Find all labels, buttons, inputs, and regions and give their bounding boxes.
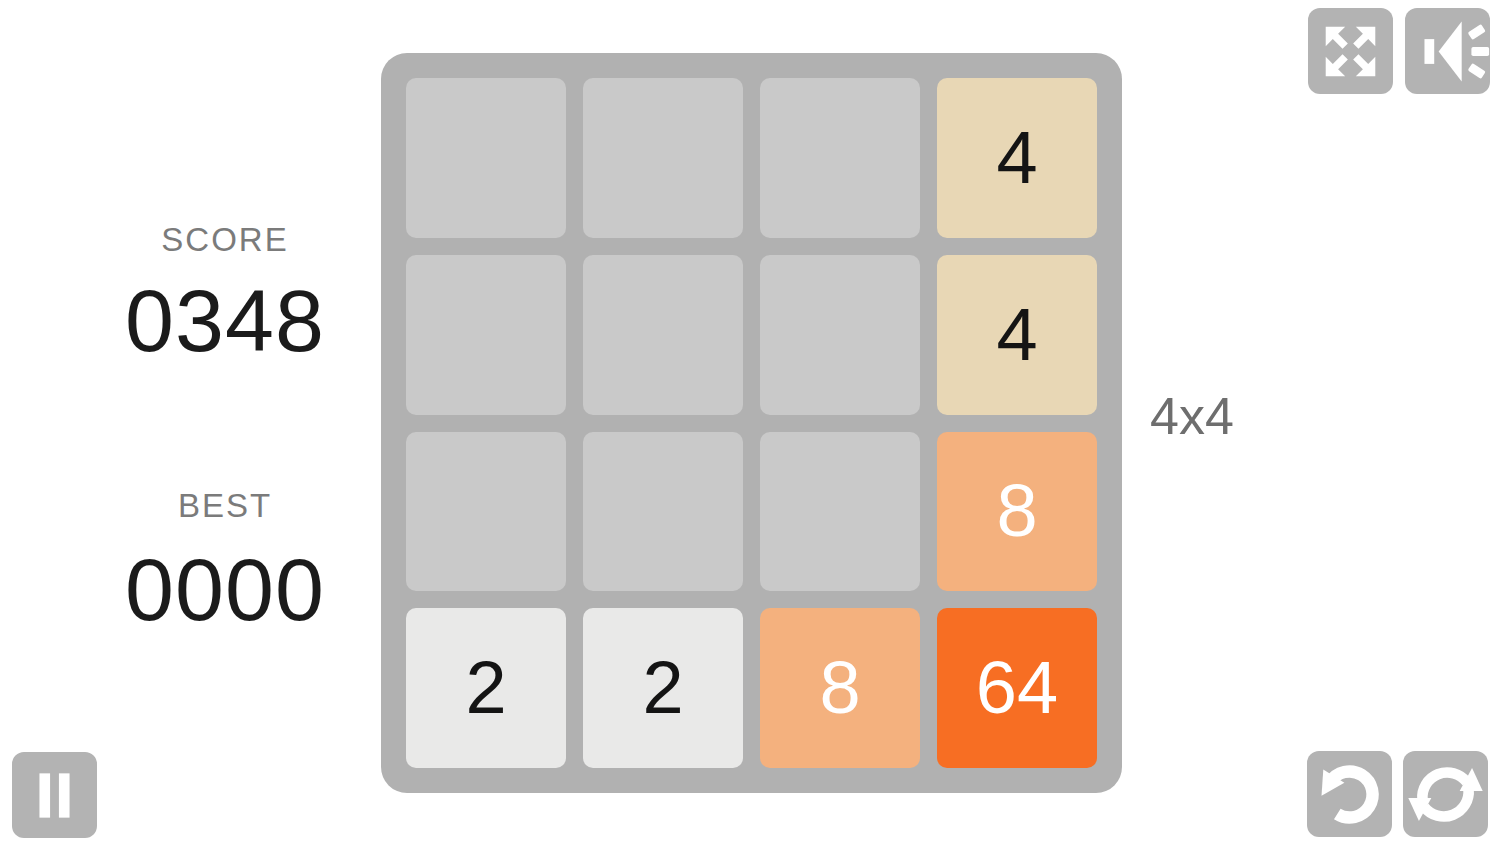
cell-r4c3: 8 — [760, 608, 920, 768]
undo-button[interactable] — [1307, 751, 1392, 837]
best-value: 0000 — [75, 539, 375, 641]
board-size-label: 4x4 — [1150, 386, 1234, 446]
cell-r4c4: 64 — [937, 608, 1097, 768]
cell-r2c3 — [760, 255, 920, 415]
score-value: 0348 — [75, 270, 375, 372]
pause-button[interactable] — [12, 752, 97, 838]
cell-r3c2 — [583, 432, 743, 592]
speaker-icon — [1405, 9, 1490, 94]
cell-r1c3 — [760, 78, 920, 238]
cell-r1c4: 4 — [937, 78, 1097, 238]
game-board[interactable]: 4 4 8 2 2 8 64 — [381, 53, 1122, 793]
pause-icon — [12, 753, 97, 838]
cell-r2c1 — [406, 255, 566, 415]
cell-r4c1: 2 — [406, 608, 566, 768]
game-screen: SCORE 0348 BEST 0000 4 4 8 2 2 8 64 4x4 — [0, 0, 1500, 848]
fullscreen-button[interactable] — [1308, 8, 1393, 94]
cell-r3c3 — [760, 432, 920, 592]
cell-r1c2 — [583, 78, 743, 238]
score-label: SCORE — [75, 221, 375, 259]
cell-r1c1 — [406, 78, 566, 238]
cell-r2c2 — [583, 255, 743, 415]
cell-r3c1 — [406, 432, 566, 592]
cell-r3c4: 8 — [937, 432, 1097, 592]
best-label: BEST — [75, 487, 375, 525]
restart-button[interactable] — [1403, 751, 1488, 837]
fullscreen-icon — [1308, 9, 1393, 94]
cell-r2c4: 4 — [937, 255, 1097, 415]
sound-button[interactable] — [1405, 8, 1490, 94]
cell-r4c2: 2 — [583, 608, 743, 768]
restart-icon — [1403, 752, 1488, 837]
undo-icon — [1307, 752, 1392, 837]
